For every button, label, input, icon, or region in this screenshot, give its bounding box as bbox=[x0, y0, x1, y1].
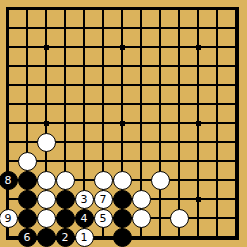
go-board: 837945621 bbox=[0, 0, 247, 247]
move-number-label: 1 bbox=[81, 232, 88, 243]
move-number-label: 2 bbox=[62, 232, 69, 243]
stone-white bbox=[37, 133, 56, 152]
stone-white bbox=[37, 190, 56, 209]
stone-white-move-3: 3 bbox=[75, 190, 94, 209]
stone-black-move-2: 2 bbox=[56, 228, 75, 247]
stone-white bbox=[94, 171, 113, 190]
stone-white-move-5: 5 bbox=[94, 209, 113, 228]
stone-white bbox=[37, 209, 56, 228]
stone-black bbox=[113, 209, 132, 228]
stone-white bbox=[132, 209, 151, 228]
stone-black bbox=[18, 190, 37, 209]
stone-black bbox=[113, 190, 132, 209]
stone-white-move-1: 1 bbox=[75, 228, 94, 247]
stone-white bbox=[18, 152, 37, 171]
move-number-label: 4 bbox=[81, 213, 88, 224]
stone-white bbox=[132, 190, 151, 209]
stone-white-move-7: 7 bbox=[94, 190, 113, 209]
move-number-label: 9 bbox=[5, 213, 12, 224]
stone-white bbox=[37, 171, 56, 190]
stone-black bbox=[37, 228, 56, 247]
stone-white bbox=[170, 209, 189, 228]
stone-white-move-9: 9 bbox=[0, 209, 18, 228]
stone-black-move-8: 8 bbox=[0, 171, 18, 190]
move-number-label: 5 bbox=[100, 213, 107, 224]
stone-white bbox=[113, 171, 132, 190]
stone-black bbox=[56, 190, 75, 209]
stone-black-move-6: 6 bbox=[18, 228, 37, 247]
move-number-label: 8 bbox=[5, 175, 12, 186]
stone-white bbox=[56, 171, 75, 190]
move-number-label: 3 bbox=[81, 194, 88, 205]
move-number-label: 6 bbox=[24, 232, 31, 243]
stone-black-move-4: 4 bbox=[75, 209, 94, 228]
stone-grid: 837945621 bbox=[0, 0, 246, 247]
stone-white bbox=[151, 171, 170, 190]
stone-black bbox=[56, 209, 75, 228]
stone-black bbox=[18, 171, 37, 190]
stone-black bbox=[113, 228, 132, 247]
stone-black bbox=[18, 209, 37, 228]
move-number-label: 7 bbox=[100, 194, 107, 205]
